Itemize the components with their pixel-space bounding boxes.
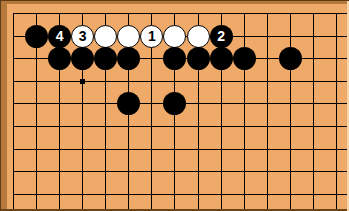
stone-white — [163, 25, 186, 48]
frame-left-edge — [0, 0, 1, 211]
frame-top-edge — [0, 0, 349, 1]
grid-line-vertical — [313, 13, 314, 209]
stone-black — [187, 47, 210, 70]
stone-white: 3 — [71, 25, 94, 48]
grid-line-horizontal — [13, 13, 347, 14]
frame-bottom-edge — [1, 209, 347, 211]
grid-line-horizontal — [13, 194, 347, 195]
grid-line-vertical — [290, 13, 291, 209]
move-number-label: 1 — [148, 29, 156, 43]
stone-black — [210, 47, 233, 70]
stone-white — [117, 25, 140, 48]
stone-black: 4 — [48, 25, 71, 48]
grid-line-vertical — [244, 13, 245, 209]
grid-line-vertical — [267, 13, 268, 209]
grid-line-horizontal — [13, 81, 347, 82]
move-number-label: 4 — [56, 29, 64, 43]
stone-black: 2 — [210, 25, 233, 48]
stone-white — [94, 25, 117, 48]
grid-line-horizontal — [13, 149, 347, 150]
stone-black — [233, 47, 256, 70]
grid-line-horizontal — [13, 171, 347, 172]
move-number-label: 3 — [79, 29, 87, 43]
star-point — [80, 79, 85, 84]
stone-black — [279, 47, 302, 70]
grid-line-vertical — [13, 13, 14, 209]
grid-line-vertical — [336, 13, 337, 209]
stone-white — [187, 25, 210, 48]
stone-white: 1 — [140, 25, 163, 48]
move-number-label: 2 — [217, 29, 225, 43]
go-board-diagram: 4312 — [0, 0, 349, 211]
grid-line-horizontal — [13, 126, 347, 127]
stone-black — [25, 25, 48, 48]
